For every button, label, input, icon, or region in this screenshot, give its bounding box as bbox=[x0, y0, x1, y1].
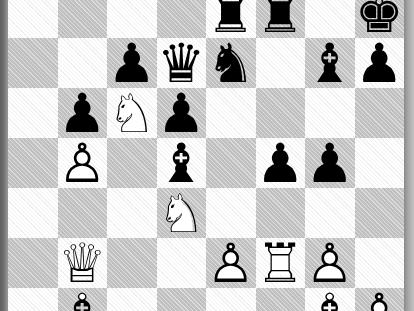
piece-black-bishop-g7[interactable]: ♝ bbox=[305, 38, 355, 88]
square-a7[interactable] bbox=[8, 38, 58, 88]
black-bishop-glyph: ♝ bbox=[305, 39, 355, 89]
piece-black-queen-d7[interactable]: ♛ bbox=[157, 38, 207, 88]
square-h5[interactable] bbox=[355, 138, 405, 188]
piece-black-rook-f8[interactable]: ♜ bbox=[256, 0, 306, 38]
square-e6[interactable] bbox=[206, 88, 256, 138]
piece-black-bishop-d5[interactable]: ♝ bbox=[157, 138, 207, 188]
square-c4[interactable] bbox=[107, 188, 157, 238]
square-c3[interactable] bbox=[107, 238, 157, 288]
square-a3[interactable] bbox=[8, 238, 58, 288]
piece-white-knight-d4[interactable]: ♞♘ bbox=[157, 188, 207, 238]
piece-black-pawn-d6[interactable]: ♟ bbox=[157, 88, 207, 138]
piece-white-pawn-b5[interactable]: ♟♙ bbox=[58, 138, 108, 188]
square-f8[interactable]: ♜ bbox=[256, 0, 306, 38]
square-b7[interactable] bbox=[58, 38, 108, 88]
black-pawn-glyph: ♟ bbox=[305, 139, 355, 189]
piece-white-pawn-h2[interactable]: ♟♙ bbox=[355, 288, 405, 311]
square-c7[interactable]: ♟ bbox=[107, 38, 157, 88]
square-d3[interactable] bbox=[157, 238, 207, 288]
square-e4[interactable] bbox=[206, 188, 256, 238]
chess-board: ♜♜♚♟♛♞♝♟♟♞♘♟♟♙♝♟♟♞♘♛♕♟♙♜♖♟♙♝♗♝♗♟♙ bbox=[8, 0, 404, 311]
square-c2[interactable] bbox=[107, 288, 157, 311]
square-a6[interactable] bbox=[8, 88, 58, 138]
white-knight-outline-glyph: ♘ bbox=[107, 89, 157, 139]
piece-white-bishop-b2[interactable]: ♝♗ bbox=[58, 288, 108, 311]
black-knight-glyph: ♞ bbox=[206, 39, 256, 89]
square-b8[interactable] bbox=[58, 0, 108, 38]
square-b5[interactable]: ♟♙ bbox=[58, 138, 108, 188]
square-f6[interactable] bbox=[256, 88, 306, 138]
piece-black-pawn-c7[interactable]: ♟ bbox=[107, 38, 157, 88]
square-e5[interactable] bbox=[206, 138, 256, 188]
chess-diagram: ♜♜♚♟♛♞♝♟♟♞♘♟♟♙♝♟♟♞♘♛♕♟♙♜♖♟♙♝♗♝♗♟♙ bbox=[0, 0, 414, 311]
white-pawn-outline-glyph: ♙ bbox=[355, 289, 405, 311]
square-b2[interactable]: ♝♗ bbox=[58, 288, 108, 311]
square-c6[interactable]: ♞♘ bbox=[107, 88, 157, 138]
black-pawn-glyph: ♟ bbox=[256, 139, 306, 189]
square-e2[interactable] bbox=[206, 288, 256, 311]
square-f4[interactable] bbox=[256, 188, 306, 238]
board-right-border bbox=[404, 0, 414, 311]
piece-white-pawn-g3[interactable]: ♟♙ bbox=[305, 238, 355, 288]
piece-black-pawn-h7[interactable]: ♟ bbox=[355, 38, 405, 88]
square-g6[interactable] bbox=[305, 88, 355, 138]
piece-white-knight-c6[interactable]: ♞♘ bbox=[107, 88, 157, 138]
square-g5[interactable]: ♟ bbox=[305, 138, 355, 188]
square-h7[interactable]: ♟ bbox=[355, 38, 405, 88]
square-g3[interactable]: ♟♙ bbox=[305, 238, 355, 288]
square-f3[interactable]: ♜♖ bbox=[256, 238, 306, 288]
white-pawn-outline-glyph: ♙ bbox=[58, 139, 108, 189]
square-b3[interactable]: ♛♕ bbox=[58, 238, 108, 288]
white-bishop-outline-glyph: ♗ bbox=[58, 289, 108, 311]
square-d6[interactable]: ♟ bbox=[157, 88, 207, 138]
white-rook-outline-glyph: ♖ bbox=[256, 239, 306, 289]
board-left-border bbox=[0, 0, 8, 311]
square-f5[interactable]: ♟ bbox=[256, 138, 306, 188]
piece-black-pawn-g5[interactable]: ♟ bbox=[305, 138, 355, 188]
square-a2[interactable] bbox=[8, 288, 58, 311]
square-c5[interactable] bbox=[107, 138, 157, 188]
square-a8[interactable] bbox=[8, 0, 58, 38]
square-d7[interactable]: ♛ bbox=[157, 38, 207, 88]
square-d2[interactable] bbox=[157, 288, 207, 311]
square-b6[interactable]: ♟ bbox=[58, 88, 108, 138]
square-e7[interactable]: ♞ bbox=[206, 38, 256, 88]
square-d4[interactable]: ♞♘ bbox=[157, 188, 207, 238]
square-b4[interactable] bbox=[58, 188, 108, 238]
square-f2[interactable] bbox=[256, 288, 306, 311]
square-f7[interactable] bbox=[256, 38, 306, 88]
black-pawn-glyph: ♟ bbox=[355, 39, 405, 89]
piece-white-queen-b3[interactable]: ♛♕ bbox=[58, 238, 108, 288]
square-h6[interactable] bbox=[355, 88, 405, 138]
piece-white-pawn-e3[interactable]: ♟♙ bbox=[206, 238, 256, 288]
square-e3[interactable]: ♟♙ bbox=[206, 238, 256, 288]
white-bishop-outline-glyph: ♗ bbox=[305, 289, 355, 311]
square-a4[interactable] bbox=[8, 188, 58, 238]
square-a5[interactable] bbox=[8, 138, 58, 188]
piece-black-knight-e7[interactable]: ♞ bbox=[206, 38, 256, 88]
piece-white-bishop-g2[interactable]: ♝♗ bbox=[305, 288, 355, 311]
black-rook-glyph: ♜ bbox=[256, 0, 306, 39]
square-g2[interactable]: ♝♗ bbox=[305, 288, 355, 311]
square-h4[interactable] bbox=[355, 188, 405, 238]
piece-white-rook-f3[interactable]: ♜♖ bbox=[256, 238, 306, 288]
white-pawn-outline-glyph: ♙ bbox=[206, 239, 256, 289]
square-h2[interactable]: ♟♙ bbox=[355, 288, 405, 311]
square-g4[interactable] bbox=[305, 188, 355, 238]
white-knight-outline-glyph: ♘ bbox=[157, 189, 207, 239]
square-d5[interactable]: ♝ bbox=[157, 138, 207, 188]
square-h3[interactable] bbox=[355, 238, 405, 288]
piece-black-pawn-b6[interactable]: ♟ bbox=[58, 88, 108, 138]
piece-black-pawn-f5[interactable]: ♟ bbox=[256, 138, 306, 188]
square-g7[interactable]: ♝ bbox=[305, 38, 355, 88]
